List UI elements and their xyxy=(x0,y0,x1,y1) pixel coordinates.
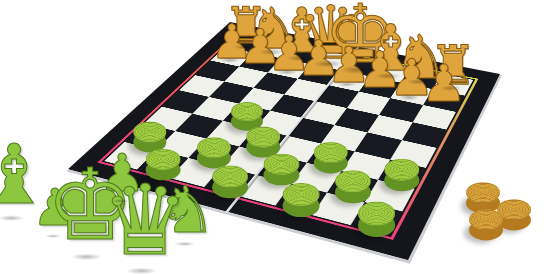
green-checker-f3[interactable] xyxy=(314,142,348,163)
piece-shadow xyxy=(109,199,132,204)
green-checker-d1[interactable] xyxy=(212,165,248,187)
green-checker-h3[interactable] xyxy=(384,158,419,180)
piece-shadow xyxy=(217,57,243,64)
green-checker-a2[interactable] xyxy=(133,122,166,143)
piece-shadow xyxy=(364,87,391,94)
piece-shadow xyxy=(42,234,64,239)
green-checker-f1[interactable] xyxy=(283,183,320,206)
wooden-checker-offboard-3[interactable] xyxy=(469,209,503,230)
piece-shadow xyxy=(120,266,163,274)
piece-shadow xyxy=(436,85,466,93)
piece-shadow xyxy=(230,43,258,50)
piece-shadow xyxy=(395,94,423,101)
piece-shadow xyxy=(303,75,330,82)
green-queen-offboard-5[interactable]: ♛ xyxy=(101,172,188,269)
piece-shadow xyxy=(0,214,29,222)
green-checker-d3[interactable] xyxy=(247,126,281,147)
piece-shadow xyxy=(245,63,271,70)
piece-shadow xyxy=(370,71,405,80)
green-checker-h1[interactable] xyxy=(358,202,396,225)
piece-shadow xyxy=(333,81,360,88)
wooden-checker-offboard-1[interactable] xyxy=(466,182,500,203)
piece-shadow xyxy=(274,69,300,76)
piece-shadow xyxy=(255,49,286,57)
product-scene: ♜♞♝♟♛♟♚♟♝♟♞♟♜♟♟♟♟♝♟♞♚♛ xyxy=(0,0,560,274)
green-checker-c4[interactable] xyxy=(231,102,263,122)
green-checker-g2[interactable] xyxy=(335,170,371,192)
green-checker-e2[interactable] xyxy=(264,153,299,175)
green-checker-c2[interactable] xyxy=(197,137,231,158)
pieces-layer: ♜♞♝♟♛♟♚♟♝♟♞♟♜♟♟♟♟♝♟♞♚♛ xyxy=(0,0,560,274)
